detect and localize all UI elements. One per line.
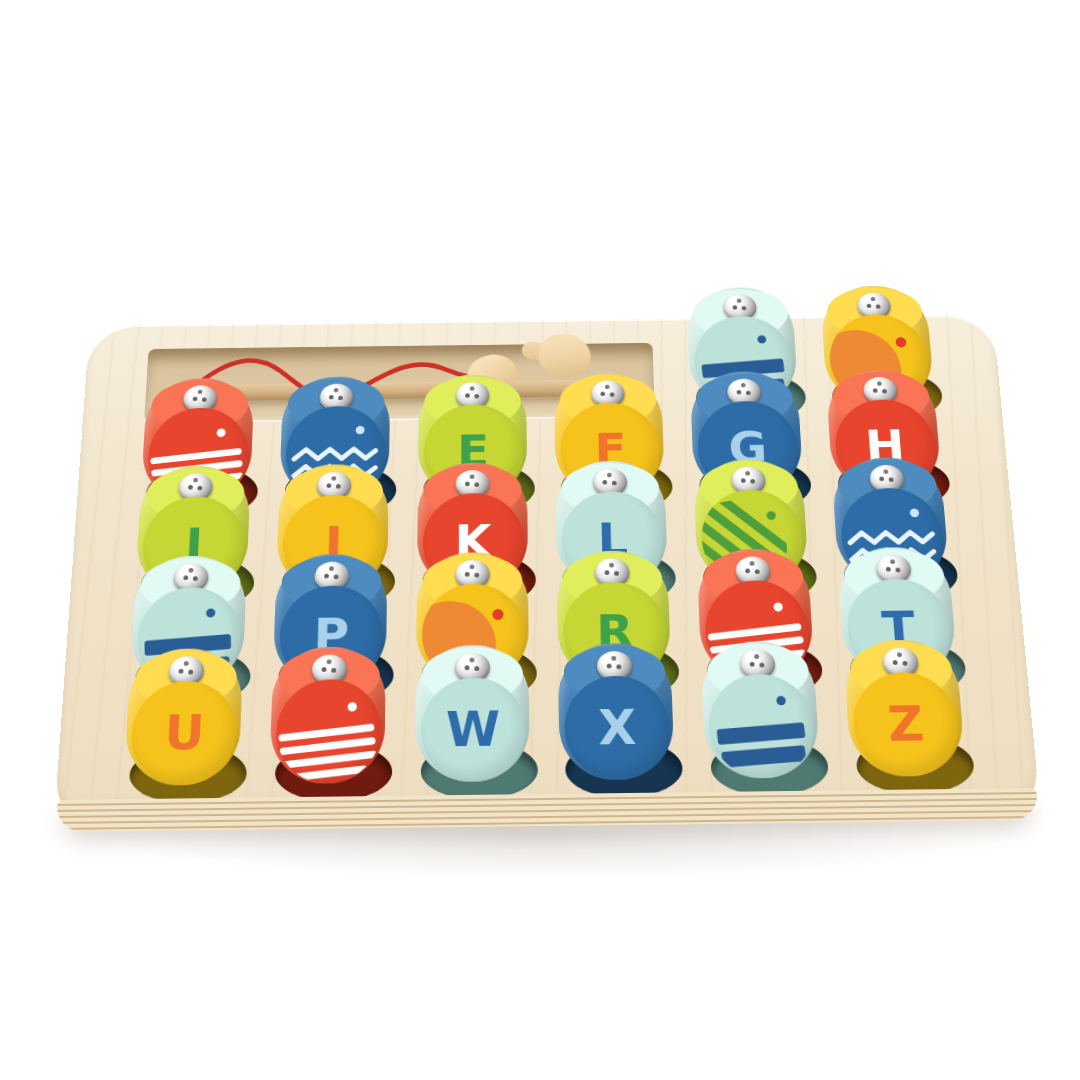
peg-W[interactable]: W	[413, 652, 534, 794]
board-cell	[255, 699, 402, 799]
board-cell: X	[546, 695, 693, 795]
peg-body: X	[558, 643, 675, 781]
peg-X[interactable]: X	[557, 650, 680, 792]
peg-body: U	[123, 648, 244, 786]
peg-body	[700, 641, 821, 779]
board-cell: W	[401, 697, 547, 797]
board-cell: U	[109, 700, 259, 800]
peg-grid: E F G H	[53, 315, 1041, 831]
peg-face-Y	[707, 674, 816, 779]
peg-face-Z: Z	[850, 672, 962, 777]
peg-Z[interactable]: Z	[842, 647, 972, 789]
board-cell	[689, 693, 839, 793]
bobber-2-body	[535, 330, 595, 382]
peg-Y[interactable]	[700, 649, 827, 791]
peg-body: W	[414, 645, 529, 783]
peg-U[interactable]: U	[122, 656, 249, 798]
peg-face-W: W	[420, 677, 525, 782]
fish-bars-pattern	[707, 674, 816, 779]
peg-V[interactable]	[267, 654, 390, 796]
game-board: E F G H	[47, 274, 1042, 831]
peg-body	[269, 646, 386, 784]
board-top-surface: E F G H	[53, 315, 1041, 831]
peg-face-X: X	[564, 675, 671, 780]
photo-background: E F G H	[0, 0, 1080, 1080]
board-cell: Z	[833, 692, 985, 792]
